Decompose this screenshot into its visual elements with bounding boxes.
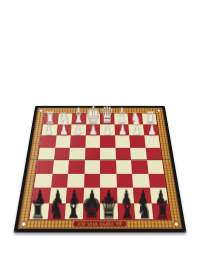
- square-h8: ♜: [29, 203, 48, 219]
- square-a5: [147, 160, 164, 173]
- square-g4: [54, 147, 70, 160]
- square-a2: ♟: [143, 124, 159, 135]
- square-e6: [84, 173, 100, 187]
- square-c7: ♟: [116, 188, 134, 203]
- square-g7: ♟: [49, 188, 67, 203]
- square-c1: ♝: [114, 114, 129, 125]
- square-d8: ♛: [100, 203, 118, 219]
- square-f6: [67, 173, 84, 187]
- square-b2: ♟: [128, 124, 143, 135]
- square-b3: [129, 135, 145, 147]
- square-e7: ♟: [83, 188, 100, 203]
- square-d1: ♛: [100, 114, 114, 125]
- square-h6: [34, 173, 52, 187]
- square-c4: [115, 147, 131, 160]
- square-g6: [51, 173, 69, 187]
- board-gold-border: ♜♞♝♚♛♝♞♜♟♟♟♟♟♟♟♟♟♟♟♟♟♟♟♟♜♞♝♚♛♝♞♜ CỜ VUA …: [18, 108, 183, 229]
- square-e1: ♚: [86, 114, 100, 125]
- square-c6: [116, 173, 133, 187]
- square-f8: ♝: [65, 203, 83, 219]
- square-d2: ♟: [100, 124, 115, 135]
- black-rook-piece: ♜: [147, 198, 178, 222]
- square-b8: ♞: [134, 203, 153, 219]
- square-b7: ♟: [133, 188, 151, 203]
- corner-motif: [157, 109, 161, 112]
- chess-board-scene: ♜♞♝♚♛♝♞♜♟♟♟♟♟♟♟♟♟♟♟♟♟♟♟♟♜♞♝♚♛♝♞♜ CỜ VUA …: [26, 86, 174, 234]
- square-b6: [132, 173, 150, 187]
- square-f7: ♟: [66, 188, 84, 203]
- square-d5: [100, 160, 116, 173]
- product-photo-background: ♜♞♝♚♛♝♞♜♟♟♟♟♟♟♟♟♟♟♟♟♟♟♟♟♜♞♝♚♛♝♞♜ CỜ VUA …: [0, 0, 200, 280]
- corner-motif: [174, 222, 179, 227]
- square-d6: [100, 173, 116, 187]
- square-g1: ♞: [57, 114, 72, 125]
- square-b1: ♞: [128, 114, 143, 125]
- square-f2: ♟: [71, 124, 86, 135]
- square-g2: ♟: [56, 124, 71, 135]
- square-f4: [69, 147, 85, 160]
- square-d4: [100, 147, 116, 160]
- square-d7: ♟: [100, 188, 117, 203]
- square-h4: [38, 147, 55, 160]
- square-g8: ♞: [47, 203, 66, 219]
- square-a8: ♜: [151, 203, 170, 219]
- square-h7: ♟: [32, 188, 51, 203]
- square-a7: ♟: [149, 188, 168, 203]
- square-b4: [130, 147, 146, 160]
- square-c3: [115, 135, 130, 147]
- square-h3: [40, 135, 56, 147]
- square-a4: [145, 147, 162, 160]
- square-c8: ♝: [117, 203, 135, 219]
- square-c2: ♟: [114, 124, 129, 135]
- corner-motif: [39, 109, 43, 112]
- square-g5: [52, 160, 69, 173]
- chess-board: ♜♞♝♚♛♝♞♜♟♟♟♟♟♟♟♟♟♟♟♟♟♟♟♟♜♞♝♚♛♝♞♜ CỜ VUA …: [14, 106, 187, 233]
- square-h1: ♜: [43, 114, 58, 125]
- square-c5: [116, 160, 132, 173]
- corner-motif: [21, 222, 26, 227]
- square-f3: [70, 135, 85, 147]
- square-d3: [100, 135, 115, 147]
- square-e3: [85, 135, 100, 147]
- square-a6: [148, 173, 166, 187]
- square-a3: [144, 135, 160, 147]
- square-e5: [84, 160, 100, 173]
- square-e4: [85, 147, 101, 160]
- square-a1: ♜: [141, 114, 156, 125]
- square-g3: [55, 135, 71, 147]
- square-h2: ♟: [42, 124, 58, 135]
- square-b5: [131, 160, 148, 173]
- brand-text: CỜ VUA QUỐC TẾ: [73, 221, 126, 227]
- square-f5: [68, 160, 84, 173]
- square-h5: [36, 160, 53, 173]
- square-e8: ♚: [82, 203, 100, 219]
- square-f1: ♝: [72, 114, 87, 125]
- square-e2: ♟: [85, 124, 100, 135]
- board-squares-grid: ♜♞♝♚♛♝♞♜♟♟♟♟♟♟♟♟♟♟♟♟♟♟♟♟♜♞♝♚♛♝♞♜: [29, 114, 170, 220]
